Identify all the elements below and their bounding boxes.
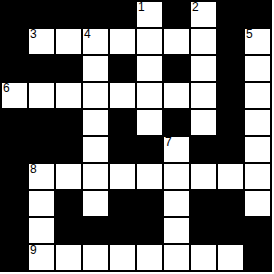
letter-cell-r9c5[interactable] — [137, 245, 162, 270]
letter-cell-r3c6[interactable] — [164, 83, 189, 108]
letter-cell-r0c5[interactable]: 1 — [137, 2, 162, 27]
block-cell-r8c5 — [137, 218, 162, 243]
block-cell-r5c5 — [137, 137, 162, 162]
block-cell-r4c4 — [110, 110, 135, 135]
letter-cell-r1c5[interactable] — [137, 29, 162, 54]
letter-cell-r7c1[interactable] — [29, 191, 54, 216]
block-cell-r2c8 — [218, 56, 243, 81]
clue-number-9: 9 — [30, 244, 37, 257]
letter-cell-r3c2[interactable] — [56, 83, 81, 108]
block-cell-r3c8 — [218, 83, 243, 108]
letter-cell-r1c7[interactable] — [191, 29, 216, 54]
block-cell-r7c4 — [110, 191, 135, 216]
letter-cell-r0c7[interactable]: 2 — [191, 2, 216, 27]
block-cell-r4c6 — [164, 110, 189, 135]
letter-cell-r5c3[interactable] — [83, 137, 108, 162]
block-cell-r0c2 — [56, 2, 81, 27]
block-cell-r0c4 — [110, 2, 135, 27]
clue-number-1: 1 — [138, 1, 145, 14]
letter-cell-r4c3[interactable] — [83, 110, 108, 135]
block-cell-r2c4 — [110, 56, 135, 81]
crossword-page: 123456789 — [0, 0, 274, 274]
letter-cell-r9c3[interactable] — [83, 245, 108, 270]
block-cell-r0c8 — [218, 2, 243, 27]
block-cell-r5c8 — [218, 137, 243, 162]
letter-cell-r1c9[interactable]: 5 — [245, 29, 270, 54]
letter-cell-r8c6[interactable] — [164, 218, 189, 243]
letter-cell-r8c1[interactable] — [29, 218, 54, 243]
block-cell-r2c2 — [56, 56, 81, 81]
block-cell-r0c9 — [245, 2, 270, 27]
block-cell-r9c9 — [245, 245, 270, 270]
letter-cell-r4c5[interactable] — [137, 110, 162, 135]
letter-cell-r3c7[interactable] — [191, 83, 216, 108]
block-cell-r2c6 — [164, 56, 189, 81]
letter-cell-r6c7[interactable] — [191, 164, 216, 189]
letter-cell-r3c5[interactable] — [137, 83, 162, 108]
block-cell-r7c2 — [56, 191, 81, 216]
clue-number-6: 6 — [3, 82, 10, 95]
block-cell-r4c0 — [2, 110, 27, 135]
clue-number-5: 5 — [246, 28, 253, 41]
clue-number-8: 8 — [30, 163, 37, 176]
letter-cell-r6c1[interactable]: 8 — [29, 164, 54, 189]
letter-cell-r9c1[interactable]: 9 — [29, 245, 54, 270]
letter-cell-r9c4[interactable] — [110, 245, 135, 270]
block-cell-r5c4 — [110, 137, 135, 162]
letter-cell-r6c9[interactable] — [245, 164, 270, 189]
letter-cell-r5c9[interactable] — [245, 137, 270, 162]
letter-cell-r9c7[interactable] — [191, 245, 216, 270]
crossword-grid: 123456789 — [0, 0, 272, 272]
block-cell-r5c7 — [191, 137, 216, 162]
letter-cell-r3c1[interactable] — [29, 83, 54, 108]
letter-cell-r6c3[interactable] — [83, 164, 108, 189]
letter-cell-r3c3[interactable] — [83, 83, 108, 108]
block-cell-r7c7 — [191, 191, 216, 216]
letter-cell-r3c9[interactable] — [245, 83, 270, 108]
letter-cell-r2c3[interactable] — [83, 56, 108, 81]
block-cell-r6c0 — [2, 164, 27, 189]
block-cell-r2c0 — [2, 56, 27, 81]
letter-cell-r2c7[interactable] — [191, 56, 216, 81]
letter-cell-r6c6[interactable] — [164, 164, 189, 189]
block-cell-r8c0 — [2, 218, 27, 243]
letter-cell-r6c4[interactable] — [110, 164, 135, 189]
letter-cell-r3c4[interactable] — [110, 83, 135, 108]
letter-cell-r4c7[interactable] — [191, 110, 216, 135]
block-cell-r7c5 — [137, 191, 162, 216]
letter-cell-r2c5[interactable] — [137, 56, 162, 81]
letter-cell-r6c5[interactable] — [137, 164, 162, 189]
block-cell-r0c6 — [164, 2, 189, 27]
block-cell-r7c0 — [2, 191, 27, 216]
block-cell-r1c0 — [2, 29, 27, 54]
letter-cell-r6c8[interactable] — [218, 164, 243, 189]
letter-cell-r1c1[interactable]: 3 — [29, 29, 54, 54]
letter-cell-r4c9[interactable] — [245, 110, 270, 135]
letter-cell-r5c6[interactable]: 7 — [164, 137, 189, 162]
letter-cell-r1c2[interactable] — [56, 29, 81, 54]
block-cell-r8c8 — [218, 218, 243, 243]
letter-cell-r7c6[interactable] — [164, 191, 189, 216]
block-cell-r0c0 — [2, 2, 27, 27]
block-cell-r4c8 — [218, 110, 243, 135]
letter-cell-r9c8[interactable] — [218, 245, 243, 270]
letter-cell-r6c2[interactable] — [56, 164, 81, 189]
letter-cell-r9c2[interactable] — [56, 245, 81, 270]
block-cell-r8c7 — [191, 218, 216, 243]
block-cell-r4c1 — [29, 110, 54, 135]
clue-number-2: 2 — [192, 1, 199, 14]
block-cell-r5c2 — [56, 137, 81, 162]
block-cell-r8c2 — [56, 218, 81, 243]
clue-number-4: 4 — [84, 28, 91, 41]
block-cell-r8c3 — [83, 218, 108, 243]
block-cell-r0c3 — [83, 2, 108, 27]
letter-cell-r1c6[interactable] — [164, 29, 189, 54]
clue-number-3: 3 — [30, 28, 37, 41]
block-cell-r8c4 — [110, 218, 135, 243]
block-cell-r4c2 — [56, 110, 81, 135]
letter-cell-r9c6[interactable] — [164, 245, 189, 270]
letter-cell-r1c3[interactable]: 4 — [83, 29, 108, 54]
letter-cell-r7c9[interactable] — [245, 191, 270, 216]
block-cell-r5c1 — [29, 137, 54, 162]
letter-cell-r7c3[interactable] — [83, 191, 108, 216]
block-cell-r8c9 — [245, 218, 270, 243]
letter-cell-r1c4[interactable] — [110, 29, 135, 54]
block-cell-r2c1 — [29, 56, 54, 81]
block-cell-r9c0 — [2, 245, 27, 270]
block-cell-r1c8 — [218, 29, 243, 54]
block-cell-r0c1 — [29, 2, 54, 27]
letter-cell-r2c9[interactable] — [245, 56, 270, 81]
block-cell-r5c0 — [2, 137, 27, 162]
clue-number-7: 7 — [165, 136, 172, 149]
letter-cell-r3c0[interactable]: 6 — [2, 83, 27, 108]
block-cell-r7c8 — [218, 191, 243, 216]
